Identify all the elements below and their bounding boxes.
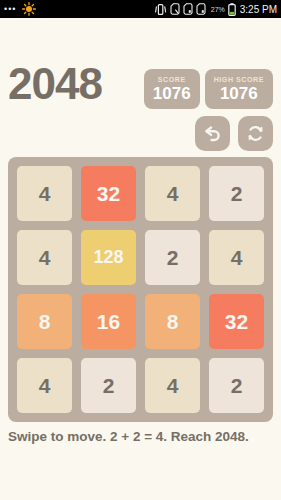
clock: 3:25 PM (240, 4, 277, 15)
sim-card-1-icon (183, 3, 193, 15)
tile-r2c1: 4 (17, 230, 72, 285)
tile-r1c4: 2 (209, 166, 264, 221)
tile-r1c1: 4 (17, 166, 72, 221)
battery-icon (228, 3, 236, 16)
header: 2048 SCORE 1076 HIGH SCORE 1076 (8, 60, 273, 151)
tile-r4c1: 4 (17, 358, 72, 413)
undo-button[interactable] (195, 116, 230, 151)
tile-r3c2: 16 (81, 294, 136, 349)
tile-r4c4: 2 (209, 358, 264, 413)
tile-r4c2: 2 (81, 358, 136, 413)
high-score-box: HIGH SCORE 1076 (205, 69, 273, 109)
sun-icon (22, 2, 36, 16)
high-score-value: 1076 (214, 84, 264, 104)
phone-screen: ••• (0, 0, 281, 500)
tile-r2c2: 128 (81, 230, 136, 285)
notification-overflow-icon: ••• (4, 5, 16, 14)
score-box: SCORE 1076 (144, 69, 200, 109)
game-board[interactable]: 432424128248168324242 (8, 157, 273, 422)
tile-r2c4: 4 (209, 230, 264, 285)
battery-percent: 27% (211, 6, 225, 13)
score-value: 1076 (153, 84, 191, 104)
tile-r4c3: 4 (145, 358, 200, 413)
high-score-label: HIGH SCORE (214, 75, 264, 84)
tile-r2c3: 2 (145, 230, 200, 285)
status-bar: ••• (0, 0, 281, 18)
tile-r1c2: 32 (81, 166, 136, 221)
tile-r3c4: 32 (209, 294, 264, 349)
undo-icon (202, 123, 223, 144)
vibrate-icon (154, 3, 167, 16)
sim-card-off-icon (170, 3, 180, 15)
app-title: 2048 (8, 62, 102, 106)
tile-r3c3: 8 (145, 294, 200, 349)
tile-r3c1: 8 (17, 294, 72, 349)
tile-r1c3: 4 (145, 166, 200, 221)
sim-card-2-icon (196, 3, 206, 15)
score-label: SCORE (153, 75, 191, 84)
restart-button[interactable] (238, 116, 273, 151)
restart-icon (245, 123, 266, 144)
hint-text: Swipe to move. 2 + 2 = 4. Reach 2048. (8, 429, 273, 444)
